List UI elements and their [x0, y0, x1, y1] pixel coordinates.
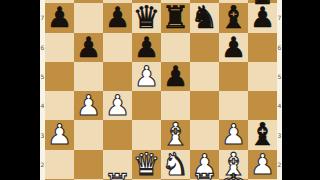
rank-label-left-6: 6	[40, 44, 45, 51]
letterbox-right	[282, 0, 320, 180]
square-d6[interactable]: ♟	[132, 33, 161, 62]
piece-black-pawn[interactable]: ♟	[134, 33, 159, 62]
piece-white-pawn[interactable]: ♟	[134, 62, 159, 91]
square-c1[interactable]: ♜	[103, 179, 132, 180]
piece-white-queen[interactable]: ♛	[133, 150, 161, 179]
rank-label-right-5: 5	[277, 73, 282, 80]
piece-black-pawn[interactable]: ♟	[76, 33, 101, 62]
square-f3[interactable]	[190, 120, 219, 149]
square-h7[interactable]: ♟	[248, 3, 277, 32]
square-h3[interactable]: ♝	[248, 120, 277, 149]
piece-black-pawn[interactable]: ♟	[250, 3, 275, 32]
square-d7[interactable]: ♛	[132, 3, 161, 32]
rank-label-right-2: 2	[277, 161, 282, 168]
square-a1[interactable]	[45, 179, 74, 180]
square-h6[interactable]	[248, 33, 277, 62]
square-b3[interactable]	[74, 120, 103, 149]
chess-board-frame: ♚♟♟♛♜♞♝♟♟♟♟♟♟♟♟♟♝♟♝♛♞♟♝♟♜♜♚ 887766554433…	[40, 0, 282, 180]
piece-white-knight[interactable]: ♞	[162, 150, 190, 179]
piece-white-pawn[interactable]: ♟	[250, 150, 275, 179]
piece-black-bishop[interactable]: ♝	[220, 3, 248, 32]
piece-black-pawn[interactable]: ♟	[47, 3, 72, 32]
square-d2[interactable]: ♛	[132, 150, 161, 179]
piece-black-bishop[interactable]: ♝	[249, 120, 277, 149]
piece-white-pawn[interactable]: ♟	[105, 91, 130, 120]
square-b4[interactable]: ♟	[74, 91, 103, 120]
rank-label-right-7: 7	[277, 14, 282, 21]
square-a6[interactable]	[45, 33, 74, 62]
rank-label-left-2: 2	[40, 161, 45, 168]
square-h2[interactable]: ♟	[248, 150, 277, 179]
rank-label-right-3: 3	[277, 132, 282, 139]
rank-label-left-5: 5	[40, 73, 45, 80]
square-b7[interactable]	[74, 3, 103, 32]
square-e2[interactable]: ♞	[161, 150, 190, 179]
rank-label-right-6: 6	[277, 44, 282, 51]
piece-white-rook[interactable]: ♜	[104, 171, 132, 180]
piece-white-pawn[interactable]: ♟	[47, 120, 72, 149]
rank-label-left-7: 7	[40, 14, 45, 21]
square-a4[interactable]	[45, 91, 74, 120]
square-b6[interactable]: ♟	[74, 33, 103, 62]
piece-black-rook[interactable]: ♜	[162, 3, 190, 32]
square-c5[interactable]	[103, 62, 132, 91]
square-d5[interactable]: ♟	[132, 62, 161, 91]
square-g1[interactable]: ♚	[219, 179, 248, 180]
square-a3[interactable]: ♟	[45, 120, 74, 149]
square-d4[interactable]	[132, 91, 161, 120]
piece-black-pawn[interactable]: ♟	[105, 3, 130, 32]
piece-white-rook[interactable]: ♜	[191, 171, 219, 180]
piece-black-queen[interactable]: ♛	[133, 3, 161, 32]
square-f6[interactable]	[190, 33, 219, 62]
letterbox-left	[0, 0, 40, 180]
piece-black-knight[interactable]: ♞	[191, 3, 219, 32]
square-e6[interactable]	[161, 33, 190, 62]
square-c3[interactable]	[103, 120, 132, 149]
square-g4[interactable]	[219, 91, 248, 120]
square-b2[interactable]	[74, 150, 103, 179]
chess-diagram-screenshot: ♚♟♟♛♜♞♝♟♟♟♟♟♟♟♟♟♝♟♝♛♞♟♝♟♜♜♚ 887766554433…	[0, 0, 320, 180]
rank-label-left-4: 4	[40, 102, 45, 109]
square-h5[interactable]	[248, 62, 277, 91]
square-g5[interactable]	[219, 62, 248, 91]
square-e5[interactable]: ♟	[161, 62, 190, 91]
rank-label-right-4: 4	[277, 102, 282, 109]
piece-black-pawn[interactable]: ♟	[163, 62, 188, 91]
square-a7[interactable]: ♟	[45, 3, 74, 32]
square-a2[interactable]	[45, 150, 74, 179]
square-f1[interactable]: ♜	[190, 179, 219, 180]
square-c7[interactable]: ♟	[103, 3, 132, 32]
square-c6[interactable]	[103, 33, 132, 62]
piece-white-king[interactable]: ♚	[220, 171, 248, 180]
square-f7[interactable]: ♞	[190, 3, 219, 32]
square-b1[interactable]	[74, 179, 103, 180]
piece-white-pawn[interactable]: ♟	[76, 91, 101, 120]
square-f5[interactable]	[190, 62, 219, 91]
chess-board: ♚♟♟♛♜♞♝♟♟♟♟♟♟♟♟♟♝♟♝♛♞♟♝♟♜♜♚	[45, 0, 277, 180]
square-e7[interactable]: ♜	[161, 3, 190, 32]
square-a5[interactable]	[45, 62, 74, 91]
piece-black-pawn[interactable]: ♟	[221, 33, 246, 62]
rank-label-left-3: 3	[40, 132, 45, 139]
square-f4[interactable]	[190, 91, 219, 120]
square-g6[interactable]: ♟	[219, 33, 248, 62]
square-b5[interactable]	[74, 62, 103, 91]
square-g7[interactable]: ♝	[219, 3, 248, 32]
square-c4[interactable]: ♟	[103, 91, 132, 120]
